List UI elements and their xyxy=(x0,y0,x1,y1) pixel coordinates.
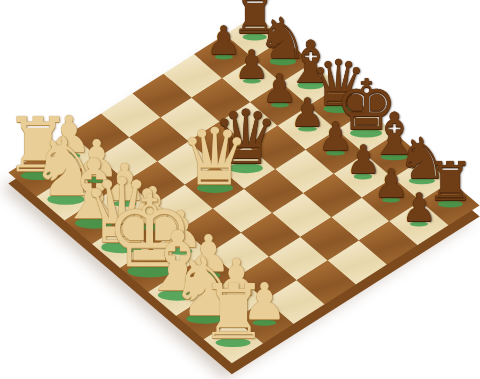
black-pawn-h7[interactable]: ♟ xyxy=(402,188,437,227)
chess-photo-stage: ♜♟♞♟♝♟♛♟♚♟♟♝♛♜♟♟♞♛♞♟♟♜♝♟♟♛♟♚♟♝♟♞♟♜ xyxy=(0,0,480,379)
white-rook-h1[interactable]: ♜ xyxy=(199,275,267,351)
pieces-layer: ♜♟♞♟♝♟♛♟♚♟♟♝♛♜♟♟♞♛♞♟♟♜♝♟♟♛♟♚♟♝♟♞♟♜ xyxy=(0,0,480,379)
